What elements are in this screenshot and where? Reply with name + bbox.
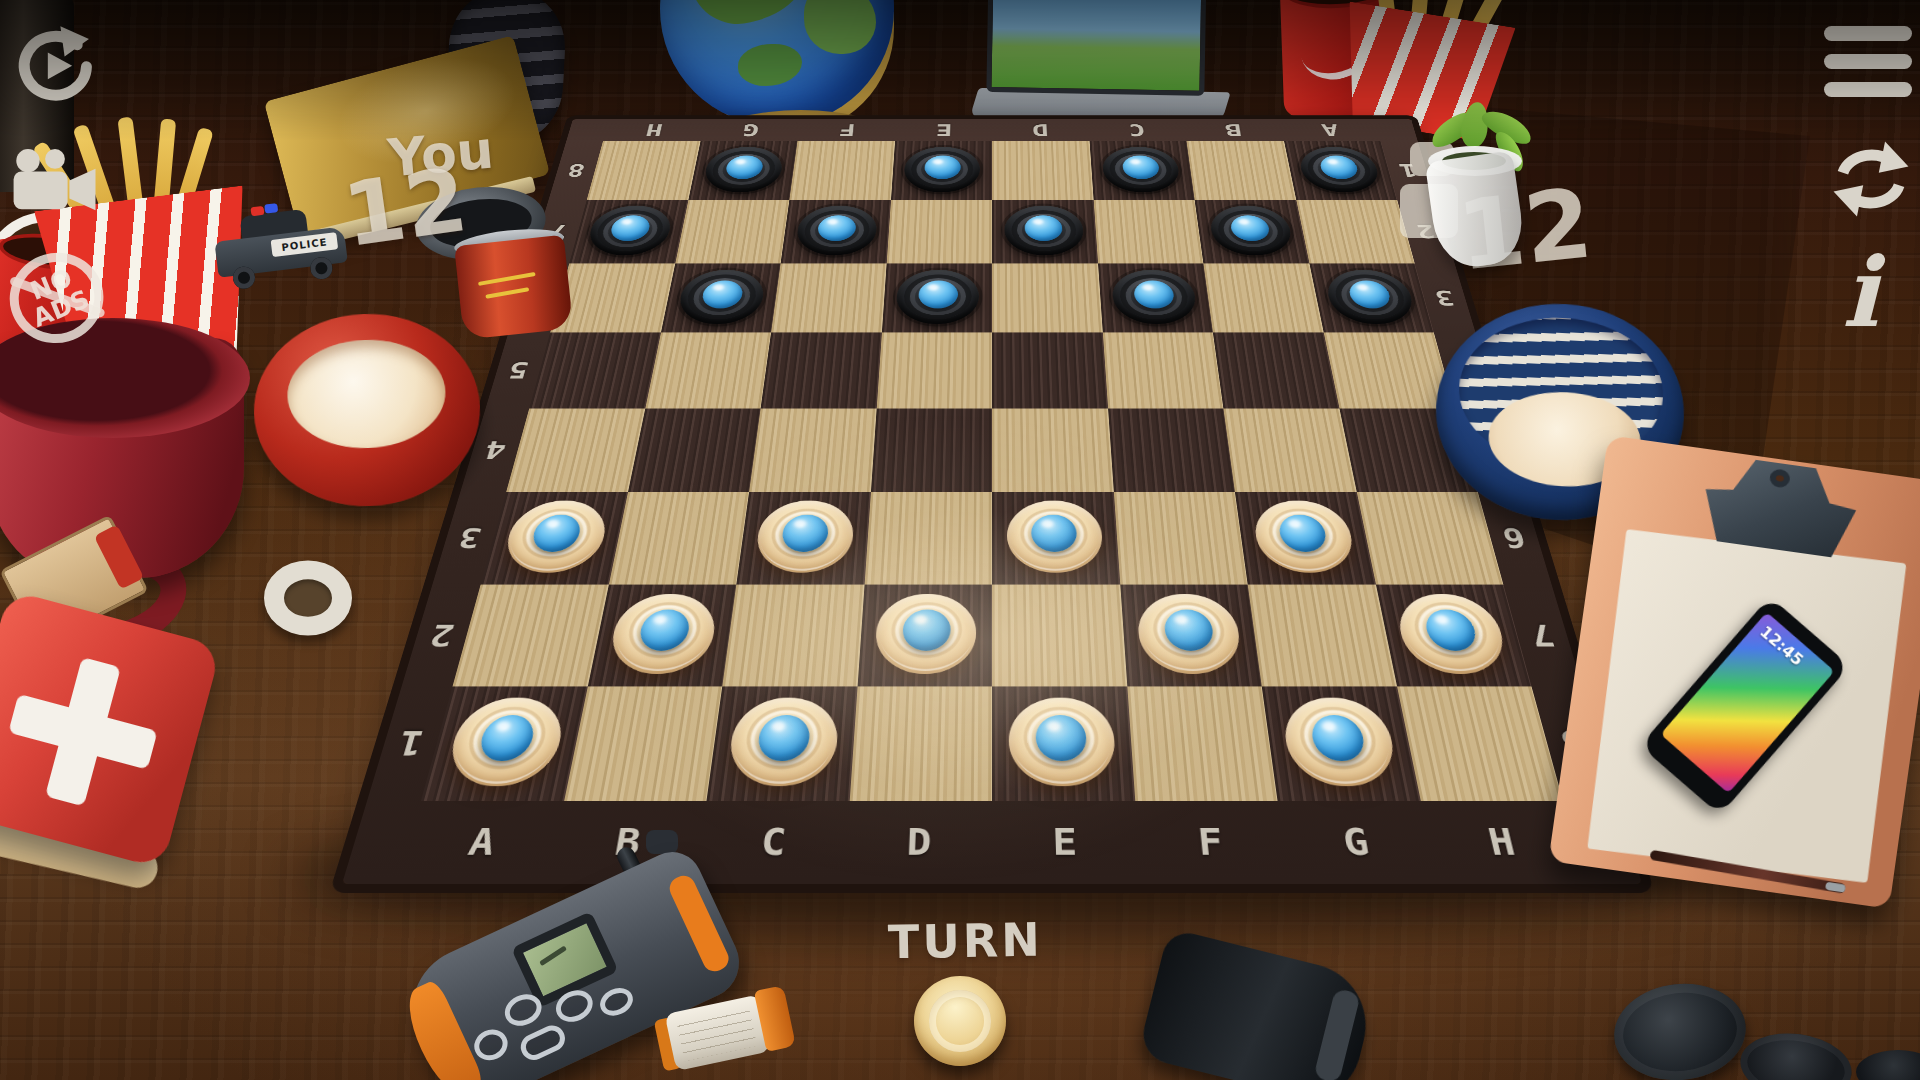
- first-aid-kit: [0, 590, 237, 898]
- white-checker-g3[interactable]: [1251, 501, 1358, 573]
- white-checker-e1[interactable]: [1008, 697, 1116, 786]
- square-c8: [789, 141, 894, 200]
- black-checker-b8[interactable]: [702, 147, 785, 193]
- white-checker-d2[interactable]: [874, 594, 976, 674]
- piece-center-dome: [1309, 715, 1367, 761]
- white-checker-c1[interactable]: [725, 697, 840, 786]
- square-b8[interactable]: [688, 141, 797, 200]
- bottle-cap: [1856, 1050, 1920, 1080]
- white-checker-a3[interactable]: [499, 501, 611, 573]
- square-d7: [886, 200, 992, 264]
- flashlight: [1137, 928, 1379, 1080]
- square-c2: [722, 584, 864, 686]
- white-checker-c3[interactable]: [753, 501, 855, 573]
- flip-board-button[interactable]: [1832, 140, 1910, 218]
- info-button[interactable]: i: [1842, 236, 1896, 336]
- square-e5[interactable]: [992, 333, 1108, 409]
- square-d6[interactable]: [882, 263, 992, 332]
- square-a5[interactable]: [529, 333, 660, 409]
- player-you-piece-count: 12: [337, 148, 473, 267]
- square-a7[interactable]: [569, 200, 688, 264]
- black-checker-d8[interactable]: [903, 147, 980, 193]
- square-c5[interactable]: [761, 333, 882, 409]
- turn-indicator-white-piece: [914, 976, 1006, 1066]
- turn-label: TURN: [888, 913, 1044, 970]
- black-checker-f8[interactable]: [1101, 147, 1181, 193]
- square-d4[interactable]: [871, 409, 992, 492]
- square-c6: [771, 263, 886, 332]
- file-label-bottom: G: [1278, 801, 1438, 884]
- bottle-cap: [1736, 1027, 1856, 1080]
- square-f5: [1102, 333, 1223, 409]
- square-f1: [1127, 687, 1278, 801]
- piece-center-dome: [637, 609, 692, 650]
- piece-center-dome: [1277, 515, 1329, 552]
- file-label-top: E: [895, 119, 992, 141]
- game-screen: HGFEDCBA8172635445362718ABCDEFGH NO ADS …: [0, 0, 1920, 1080]
- square-d8[interactable]: [891, 141, 992, 200]
- square-b3: [609, 492, 750, 584]
- square-h5: [1323, 333, 1454, 409]
- piece-center-dome: [700, 280, 744, 308]
- white-checker-b2[interactable]: [606, 594, 720, 674]
- toy-police-car: POLICE: [211, 198, 351, 303]
- square-f2[interactable]: [1120, 584, 1262, 686]
- square-e6: [992, 263, 1102, 332]
- piece-center-dome: [1229, 215, 1271, 241]
- square-h8[interactable]: [1284, 141, 1397, 200]
- square-g6: [1203, 263, 1323, 332]
- black-checker-c7[interactable]: [794, 206, 878, 256]
- square-g1[interactable]: [1262, 687, 1421, 801]
- laptop-screen: [986, 0, 1206, 96]
- square-c3[interactable]: [736, 492, 870, 584]
- square-f4[interactable]: [1108, 409, 1235, 492]
- file-label-bottom: E: [992, 801, 1141, 884]
- piece-center-dome: [1163, 609, 1215, 650]
- square-e3[interactable]: [992, 492, 1120, 584]
- white-checker-f2[interactable]: [1136, 594, 1244, 674]
- white-checker-a1[interactable]: [442, 697, 569, 786]
- square-b1: [564, 687, 723, 801]
- piece-center-dome: [902, 609, 951, 650]
- file-label-top: C: [1088, 119, 1187, 141]
- piece-center-dome: [924, 156, 961, 180]
- piece-center-dome: [1121, 156, 1160, 180]
- phone-clock: 12:45: [1756, 622, 1807, 670]
- square-f7: [1093, 200, 1203, 264]
- white-checker-e3[interactable]: [1007, 501, 1104, 573]
- square-h7: [1296, 200, 1415, 264]
- square-b2[interactable]: [587, 584, 736, 686]
- square-g5[interactable]: [1213, 333, 1339, 409]
- square-b6[interactable]: [661, 263, 781, 332]
- square-a3[interactable]: [481, 492, 628, 584]
- square-h6[interactable]: [1309, 263, 1434, 332]
- square-c4: [749, 409, 876, 492]
- square-c1[interactable]: [706, 687, 857, 801]
- menu-button[interactable]: [1824, 26, 1914, 100]
- laptop: [974, 0, 1228, 130]
- square-e1[interactable]: [992, 687, 1135, 801]
- square-e2: [992, 584, 1127, 686]
- square-d2[interactable]: [857, 584, 992, 686]
- square-f8[interactable]: [1089, 141, 1194, 200]
- file-label-bottom: F: [1135, 801, 1289, 884]
- piece-center-dome: [529, 515, 583, 552]
- black-checker-h6[interactable]: [1323, 270, 1418, 324]
- file-label-top: D: [992, 119, 1089, 141]
- square-g7[interactable]: [1195, 200, 1309, 264]
- piece-center-dome: [1025, 215, 1064, 241]
- piece-center-dome: [1031, 515, 1078, 552]
- square-f3: [1113, 492, 1247, 584]
- file-label-top: B: [1183, 119, 1283, 141]
- bottle-cap: [1609, 977, 1750, 1080]
- square-g3[interactable]: [1235, 492, 1376, 584]
- square-f6[interactable]: [1098, 263, 1213, 332]
- black-checker-a7[interactable]: [584, 206, 675, 256]
- square-g4: [1223, 409, 1356, 492]
- piece-center-dome: [608, 215, 652, 241]
- frame-corner: [1375, 119, 1418, 141]
- square-c7[interactable]: [781, 200, 891, 264]
- file-label-bottom: A: [398, 801, 564, 884]
- piece-center-dome: [1133, 280, 1175, 308]
- piece-center-dome: [817, 215, 857, 241]
- piece-center-dome: [1347, 280, 1393, 308]
- square-b4[interactable]: [628, 409, 761, 492]
- record-camera-button[interactable]: [10, 148, 100, 222]
- piece-center-dome: [781, 515, 830, 552]
- replay-button[interactable]: [10, 26, 94, 104]
- piece-center-dome: [724, 156, 764, 180]
- square-e8: [992, 141, 1093, 200]
- file-label-bottom: D: [844, 801, 993, 884]
- black-checker-h8[interactable]: [1297, 147, 1383, 193]
- square-e7[interactable]: [992, 200, 1098, 264]
- white-checker-h2[interactable]: [1393, 594, 1512, 674]
- piece-center-dome: [1035, 715, 1087, 761]
- piece-center-dome: [476, 715, 538, 761]
- piece-center-dome: [918, 280, 958, 308]
- file-label-top: A: [1279, 119, 1381, 141]
- white-checker-g1[interactable]: [1280, 697, 1401, 786]
- plant-pot: [1422, 116, 1534, 270]
- piece-center-dome: [756, 715, 811, 761]
- piece-center-dome: [1422, 609, 1480, 650]
- file-label-top: H: [603, 119, 705, 141]
- tape-roll: [264, 560, 352, 635]
- piece-center-dome: [1318, 156, 1360, 180]
- black-checker-d6[interactable]: [895, 270, 979, 324]
- square-d5: [876, 333, 992, 409]
- square-d3: [864, 492, 992, 584]
- file-label-bottom: C: [695, 801, 849, 884]
- square-a4: [506, 409, 645, 492]
- red-bowl-of-milk: [251, 310, 484, 510]
- square-b7: [675, 200, 789, 264]
- square-g2: [1248, 584, 1397, 686]
- black-checker-g7[interactable]: [1208, 206, 1295, 256]
- file-label-top: F: [797, 119, 896, 141]
- black-checker-b6[interactable]: [676, 270, 767, 324]
- black-checker-f6[interactable]: [1111, 270, 1199, 324]
- file-label-top: G: [700, 119, 800, 141]
- square-b5: [645, 333, 771, 409]
- square-a8: [587, 141, 700, 200]
- square-a2: [452, 584, 608, 686]
- square-e4: [992, 409, 1113, 492]
- square-g8: [1187, 141, 1296, 200]
- clipboard: 12:45: [1547, 435, 1920, 919]
- square-d1: [849, 687, 992, 801]
- black-checker-e7[interactable]: [1004, 206, 1084, 256]
